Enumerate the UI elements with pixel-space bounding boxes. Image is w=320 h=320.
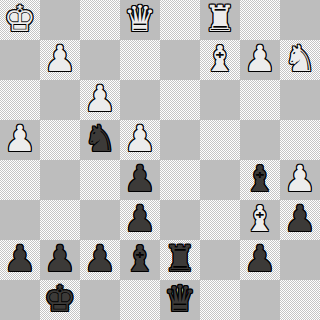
square-d3[interactable]: ♟ — [120, 200, 160, 240]
white-pawn-piece[interactable]: ♟ — [244, 40, 276, 79]
square-a1[interactable] — [0, 280, 40, 320]
square-f6[interactable] — [200, 80, 240, 120]
square-e6[interactable] — [160, 80, 200, 120]
square-c5[interactable]: ♞ — [80, 120, 120, 160]
white-knight-piece[interactable]: ♞ — [284, 40, 316, 79]
black-pawn-piece[interactable]: ♟ — [4, 240, 36, 279]
square-f3[interactable] — [200, 200, 240, 240]
square-d4[interactable]: ♟ — [120, 160, 160, 200]
square-b1[interactable]: ♚ — [40, 280, 80, 320]
square-a7[interactable] — [0, 40, 40, 80]
square-e1[interactable]: ♛ — [160, 280, 200, 320]
square-h6[interactable] — [280, 80, 320, 120]
black-bishop-piece[interactable]: ♝ — [124, 240, 156, 279]
square-f5[interactable] — [200, 120, 240, 160]
white-bishop-piece[interactable]: ♝ — [204, 40, 236, 79]
square-e2[interactable]: ♜ — [160, 240, 200, 280]
square-h2[interactable] — [280, 240, 320, 280]
square-f7[interactable]: ♝ — [200, 40, 240, 80]
square-c2[interactable]: ♟ — [80, 240, 120, 280]
chess-board: ♚♛♜♟♝♟♞♟♟♞♟♟♝♟♟♝♟♟♟♟♝♜♟♚♛ — [0, 0, 320, 320]
black-knight-piece[interactable]: ♞ — [84, 120, 116, 159]
square-d1[interactable] — [120, 280, 160, 320]
square-e8[interactable] — [160, 0, 200, 40]
square-a6[interactable] — [0, 80, 40, 120]
black-rook-piece[interactable]: ♜ — [164, 240, 196, 279]
square-e7[interactable] — [160, 40, 200, 80]
square-f1[interactable] — [200, 280, 240, 320]
square-g4[interactable]: ♝ — [240, 160, 280, 200]
white-rook-piece[interactable]: ♜ — [204, 0, 236, 39]
black-pawn-piece[interactable]: ♟ — [244, 240, 276, 279]
square-e3[interactable] — [160, 200, 200, 240]
white-king-piece[interactable]: ♚ — [4, 0, 36, 39]
square-h5[interactable] — [280, 120, 320, 160]
square-h3[interactable]: ♟ — [280, 200, 320, 240]
square-g5[interactable] — [240, 120, 280, 160]
white-pawn-piece[interactable]: ♟ — [284, 160, 316, 199]
square-b8[interactable] — [40, 0, 80, 40]
black-queen-piece[interactable]: ♛ — [164, 280, 196, 319]
square-e5[interactable] — [160, 120, 200, 160]
square-g7[interactable]: ♟ — [240, 40, 280, 80]
white-pawn-piece[interactable]: ♟ — [84, 80, 116, 119]
square-d5[interactable]: ♟ — [120, 120, 160, 160]
black-king-piece[interactable]: ♚ — [44, 280, 76, 319]
square-h4[interactable]: ♟ — [280, 160, 320, 200]
square-h1[interactable] — [280, 280, 320, 320]
square-d6[interactable] — [120, 80, 160, 120]
black-pawn-piece[interactable]: ♟ — [44, 240, 76, 279]
square-d2[interactable]: ♝ — [120, 240, 160, 280]
square-d8[interactable]: ♛ — [120, 0, 160, 40]
square-c1[interactable] — [80, 280, 120, 320]
square-f8[interactable]: ♜ — [200, 0, 240, 40]
black-pawn-piece[interactable]: ♟ — [124, 160, 156, 199]
square-g2[interactable]: ♟ — [240, 240, 280, 280]
square-d7[interactable] — [120, 40, 160, 80]
square-h7[interactable]: ♞ — [280, 40, 320, 80]
square-c4[interactable] — [80, 160, 120, 200]
square-c7[interactable] — [80, 40, 120, 80]
square-a8[interactable]: ♚ — [0, 0, 40, 40]
square-b5[interactable] — [40, 120, 80, 160]
white-queen-piece[interactable]: ♛ — [124, 0, 156, 39]
square-a5[interactable]: ♟ — [0, 120, 40, 160]
black-pawn-piece[interactable]: ♟ — [284, 200, 316, 239]
square-c8[interactable] — [80, 0, 120, 40]
white-pawn-piece[interactable]: ♟ — [124, 120, 156, 159]
square-h8[interactable] — [280, 0, 320, 40]
square-a2[interactable]: ♟ — [0, 240, 40, 280]
square-c3[interactable] — [80, 200, 120, 240]
black-pawn-piece[interactable]: ♟ — [84, 240, 116, 279]
white-pawn-piece[interactable]: ♟ — [44, 40, 76, 79]
white-pawn-piece[interactable]: ♟ — [4, 120, 36, 159]
square-b2[interactable]: ♟ — [40, 240, 80, 280]
square-g8[interactable] — [240, 0, 280, 40]
black-bishop-piece[interactable]: ♝ — [244, 160, 276, 199]
square-a4[interactable] — [0, 160, 40, 200]
white-bishop-piece[interactable]: ♝ — [244, 200, 276, 239]
square-g1[interactable] — [240, 280, 280, 320]
square-f2[interactable] — [200, 240, 240, 280]
black-pawn-piece[interactable]: ♟ — [124, 200, 156, 239]
square-f4[interactable] — [200, 160, 240, 200]
square-g6[interactable] — [240, 80, 280, 120]
square-e4[interactable] — [160, 160, 200, 200]
square-g3[interactable]: ♝ — [240, 200, 280, 240]
square-b4[interactable] — [40, 160, 80, 200]
square-b6[interactable] — [40, 80, 80, 120]
square-c6[interactable]: ♟ — [80, 80, 120, 120]
square-b7[interactable]: ♟ — [40, 40, 80, 80]
square-b3[interactable] — [40, 200, 80, 240]
square-a3[interactable] — [0, 200, 40, 240]
